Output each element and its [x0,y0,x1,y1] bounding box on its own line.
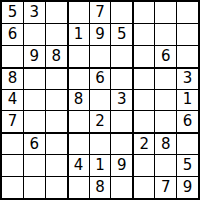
cell-r4c4[interactable] [68,68,89,89]
cell-r8c7[interactable] [133,155,154,176]
cell-r4c5[interactable]: 6 [90,68,111,89]
cell-r6c5[interactable]: 2 [90,111,111,132]
cell-r6c9[interactable]: 6 [177,111,198,132]
cell-r9c4[interactable] [68,177,89,198]
cell-r2c1[interactable]: 6 [2,24,23,45]
cell-r1c3[interactable] [46,2,67,23]
cell-r1c5[interactable]: 7 [90,2,111,23]
cell-r7c3[interactable] [46,133,67,154]
cell-r5c7[interactable] [133,90,154,111]
cell-r3c9[interactable] [177,46,198,67]
cell-r6c2[interactable] [24,111,45,132]
cell-r4c3[interactable] [46,68,67,89]
cell-r7c4[interactable] [68,133,89,154]
cell-r6c8[interactable] [155,111,176,132]
cell-r8c1[interactable] [2,155,23,176]
cell-r9c9[interactable]: 9 [177,177,198,198]
cell-r1c2[interactable]: 3 [24,2,45,23]
cell-r4c2[interactable] [24,68,45,89]
cell-r9c8[interactable]: 7 [155,177,176,198]
cell-r4c9[interactable]: 3 [177,68,198,89]
cell-r8c3[interactable] [46,155,67,176]
cell-r9c2[interactable] [24,177,45,198]
cell-r2c2[interactable] [24,24,45,45]
cell-r9c6[interactable] [111,177,132,198]
cell-r8c9[interactable]: 5 [177,155,198,176]
cell-r6c3[interactable] [46,111,67,132]
cell-r2c8[interactable] [155,24,176,45]
cell-r3c1[interactable] [2,46,23,67]
cell-r3c5[interactable] [90,46,111,67]
cell-r6c4[interactable] [68,111,89,132]
cell-r3c7[interactable] [133,46,154,67]
cell-r3c6[interactable] [111,46,132,67]
cell-r1c7[interactable] [133,2,154,23]
cell-r2c7[interactable] [133,24,154,45]
cell-r2c4[interactable]: 1 [68,24,89,45]
cell-r1c6[interactable] [111,2,132,23]
cell-r6c7[interactable] [133,111,154,132]
cell-r7c8[interactable]: 8 [155,133,176,154]
cell-r5c6[interactable]: 3 [111,90,132,111]
cell-r8c6[interactable]: 9 [111,155,132,176]
cell-r8c8[interactable] [155,155,176,176]
cell-r4c1[interactable]: 8 [2,68,23,89]
cell-r9c3[interactable] [46,177,67,198]
cell-r2c9[interactable] [177,24,198,45]
cell-r7c5[interactable] [90,133,111,154]
cell-r2c5[interactable]: 9 [90,24,111,45]
cell-r5c9[interactable]: 1 [177,90,198,111]
cell-r3c3[interactable]: 8 [46,46,67,67]
cell-r6c1[interactable]: 7 [2,111,23,132]
cell-r5c2[interactable] [24,90,45,111]
cell-r9c7[interactable] [133,177,154,198]
cell-r7c2[interactable]: 6 [24,133,45,154]
cell-r5c1[interactable]: 4 [2,90,23,111]
cell-r7c7[interactable]: 2 [133,133,154,154]
cell-r8c5[interactable]: 1 [90,155,111,176]
cell-r8c2[interactable] [24,155,45,176]
cell-r1c1[interactable]: 5 [2,2,23,23]
cell-r3c4[interactable] [68,46,89,67]
cell-r1c8[interactable] [155,2,176,23]
cell-r8c4[interactable]: 4 [68,155,89,176]
cell-r7c6[interactable] [111,133,132,154]
cell-r4c8[interactable] [155,68,176,89]
cell-r5c8[interactable] [155,90,176,111]
cell-r5c3[interactable] [46,90,67,111]
cell-r4c6[interactable] [111,68,132,89]
cell-r7c9[interactable] [177,133,198,154]
cell-r1c4[interactable] [68,2,89,23]
cell-r5c5[interactable] [90,90,111,111]
cell-r3c2[interactable]: 9 [24,46,45,67]
cell-r3c8[interactable]: 6 [155,46,176,67]
cell-r2c3[interactable] [46,24,67,45]
cell-r6c6[interactable] [111,111,132,132]
sudoku-board: 537619598686348317266284195879 [0,0,200,200]
cell-r7c1[interactable] [2,133,23,154]
cell-r9c1[interactable] [2,177,23,198]
cell-r4c7[interactable] [133,68,154,89]
cell-r5c4[interactable]: 8 [68,90,89,111]
cell-r9c5[interactable]: 8 [90,177,111,198]
cell-r2c6[interactable]: 5 [111,24,132,45]
cell-r1c9[interactable] [177,2,198,23]
